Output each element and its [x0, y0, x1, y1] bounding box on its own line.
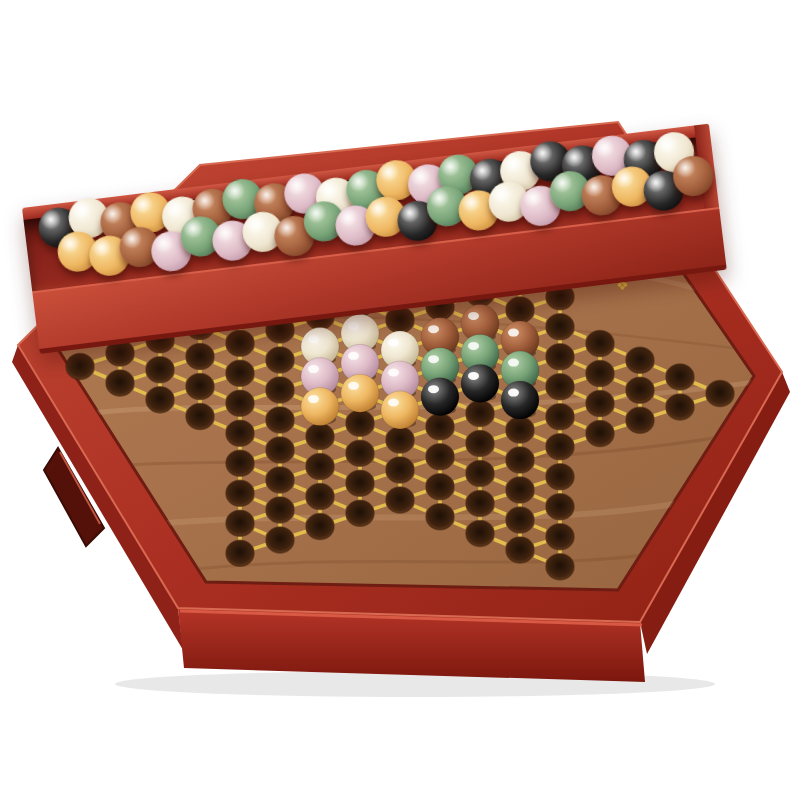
hole[interactable] — [226, 420, 254, 446]
hole[interactable] — [266, 437, 294, 463]
marble-highlight — [428, 325, 439, 333]
hole[interactable] — [146, 357, 174, 383]
hole[interactable] — [266, 377, 294, 403]
hole[interactable] — [386, 427, 414, 453]
marble-highlight — [308, 395, 319, 403]
hole[interactable] — [266, 527, 294, 553]
hole[interactable] — [346, 470, 374, 496]
marble-black-obsidian[interactable] — [421, 378, 459, 416]
hole[interactable] — [546, 314, 574, 340]
hole[interactable] — [346, 410, 374, 436]
hole[interactable] — [666, 364, 694, 390]
marble-black-obsidian[interactable] — [501, 381, 539, 419]
hole[interactable] — [226, 510, 254, 536]
hole[interactable] — [506, 447, 534, 473]
marble-highlight — [428, 355, 439, 363]
hole[interactable] — [306, 424, 334, 450]
marble-highlight — [508, 329, 519, 337]
hole[interactable] — [506, 477, 534, 503]
hole[interactable] — [266, 467, 294, 493]
hole[interactable] — [466, 430, 494, 456]
hole[interactable] — [546, 434, 574, 460]
marble-highlight — [308, 365, 319, 373]
hole[interactable] — [146, 387, 174, 413]
hole[interactable] — [186, 404, 214, 430]
hole[interactable] — [66, 353, 94, 379]
hole[interactable] — [586, 331, 614, 357]
hole[interactable] — [226, 540, 254, 566]
hole[interactable] — [546, 344, 574, 370]
hole[interactable] — [546, 374, 574, 400]
hole[interactable] — [466, 400, 494, 426]
hole[interactable] — [386, 487, 414, 513]
marble-highlight — [508, 359, 519, 367]
marble-highlight — [348, 352, 359, 360]
hole[interactable] — [426, 504, 454, 530]
hole[interactable] — [426, 474, 454, 500]
hole[interactable] — [186, 374, 214, 400]
hole[interactable] — [586, 421, 614, 447]
hole[interactable] — [506, 537, 534, 563]
marble-highlight — [468, 342, 479, 350]
hole[interactable] — [106, 370, 134, 396]
marble-highlight — [348, 322, 359, 330]
marble-highlight — [348, 382, 359, 390]
marble-black-obsidian[interactable] — [461, 364, 499, 402]
hole[interactable] — [306, 514, 334, 540]
hole[interactable] — [546, 494, 574, 520]
hole[interactable] — [306, 484, 334, 510]
hole[interactable] — [306, 454, 334, 480]
chinese-checkers-board: ❖ — [0, 0, 800, 800]
hole[interactable] — [546, 554, 574, 580]
hole[interactable] — [466, 520, 494, 546]
hole[interactable] — [226, 480, 254, 506]
hole[interactable] — [666, 394, 694, 420]
hole[interactable] — [546, 524, 574, 550]
marble-highlight — [388, 399, 399, 407]
marble-yellow-topaz[interactable] — [381, 391, 419, 429]
hole[interactable] — [466, 490, 494, 516]
hole[interactable] — [426, 444, 454, 470]
hole[interactable] — [546, 464, 574, 490]
hole[interactable] — [626, 407, 654, 433]
hole[interactable] — [506, 417, 534, 443]
hole[interactable] — [346, 440, 374, 466]
hole[interactable] — [546, 404, 574, 430]
hole[interactable] — [506, 297, 534, 323]
hole[interactable] — [346, 500, 374, 526]
marble-highlight — [508, 389, 519, 397]
marble-highlight — [428, 385, 439, 393]
hole[interactable] — [226, 330, 254, 356]
marble-highlight — [468, 372, 479, 380]
marble-highlight — [388, 339, 399, 347]
hole[interactable] — [586, 361, 614, 387]
marble-highlight — [468, 312, 479, 320]
product-photo-scene: ❖ — [0, 0, 800, 800]
marble-yellow-topaz[interactable] — [341, 374, 379, 412]
marble-highlight — [388, 369, 399, 377]
hole[interactable] — [386, 457, 414, 483]
hole[interactable] — [626, 347, 654, 373]
marble-yellow-topaz[interactable] — [301, 388, 339, 426]
hole[interactable] — [186, 344, 214, 370]
hole[interactable] — [426, 414, 454, 440]
hole[interactable] — [226, 450, 254, 476]
hole[interactable] — [506, 507, 534, 533]
hole[interactable] — [226, 390, 254, 416]
hole[interactable] — [586, 391, 614, 417]
hole[interactable] — [266, 497, 294, 523]
hole[interactable] — [706, 381, 734, 407]
hole[interactable] — [226, 360, 254, 386]
hole[interactable] — [626, 377, 654, 403]
hole[interactable] — [266, 407, 294, 433]
hole[interactable] — [466, 460, 494, 486]
hole[interactable] — [266, 347, 294, 373]
marble-highlight — [308, 335, 319, 343]
